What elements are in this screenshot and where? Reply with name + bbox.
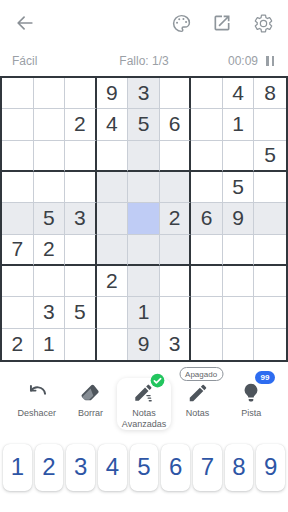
back-arrow-icon: [14, 12, 36, 34]
hint-label: Pista: [241, 408, 261, 419]
pause-button[interactable]: [264, 54, 276, 68]
advanced-notes-enabled-badge: [150, 373, 165, 388]
grid-cell-r9c8[interactable]: [223, 329, 255, 360]
grid-cell-r7c7[interactable]: [191, 266, 223, 297]
notes-button[interactable]: Apagado Notas: [171, 378, 225, 419]
grid-cell-r1c1[interactable]: [2, 78, 34, 109]
grid-cell-r4c7[interactable]: [191, 172, 223, 203]
numpad-9[interactable]: 9: [256, 444, 285, 491]
undo-icon: [26, 382, 48, 404]
numpad-6[interactable]: 6: [161, 444, 190, 491]
undo-label: Deshacer: [18, 408, 57, 419]
grid-cell-r3c3[interactable]: [65, 141, 97, 172]
grid-cell-r6c1[interactable]: 7: [2, 235, 34, 266]
app-bar: [0, 0, 288, 46]
grid-cell-r2c5[interactable]: 5: [128, 109, 160, 140]
grid-cell-r1c7[interactable]: [191, 78, 223, 109]
lightbulb-icon: [240, 382, 262, 404]
grid-cell-r7c2[interactable]: [34, 266, 66, 297]
grid-cell-r2c4[interactable]: 4: [97, 109, 129, 140]
advanced-notes-label: Notas Avanzadas: [118, 408, 170, 430]
grid-cell-r8c9[interactable]: [254, 297, 286, 328]
grid-cell-r3c8[interactable]: [223, 141, 255, 172]
grid-cell-r1c2[interactable]: [34, 78, 66, 109]
pause-icon: [266, 56, 269, 66]
grid-cell-r8c6[interactable]: [160, 297, 192, 328]
grid-cell-r4c5[interactable]: [128, 172, 160, 203]
grid-cell-r5c8[interactable]: 9: [223, 203, 255, 234]
grid-cell-r5c5[interactable]: [128, 203, 160, 234]
grid-cell-r4c6[interactable]: [160, 172, 192, 203]
pencil-icon: [187, 382, 209, 404]
erase-label: Borrar: [78, 408, 103, 419]
grid-cell-r3c2[interactable]: [34, 141, 66, 172]
grid-cell-r4c2[interactable]: [34, 172, 66, 203]
notes-label: Notas: [186, 408, 210, 419]
grid-cell-r1c8[interactable]: 4: [223, 78, 255, 109]
gear-icon: [253, 13, 274, 34]
grid-cell-r2c2[interactable]: [34, 109, 66, 140]
advanced-notes-button[interactable]: Notas Avanzadas: [117, 378, 171, 430]
grid-cell-r2c6[interactable]: 6: [160, 109, 192, 140]
grid-cell-r4c8[interactable]: 5: [223, 172, 255, 203]
grid-cell-r3c6[interactable]: [160, 141, 192, 172]
grid-cell-r6c6[interactable]: [160, 235, 192, 266]
settings-button[interactable]: [252, 12, 274, 34]
numpad-4[interactable]: 4: [98, 444, 127, 491]
grid-cell-r6c2[interactable]: 2: [34, 235, 66, 266]
grid-cell-r5c7[interactable]: 6: [191, 203, 223, 234]
grid-cell-r5c2[interactable]: 5: [34, 203, 66, 234]
grid-cell-r8c5[interactable]: 1: [128, 297, 160, 328]
grid-cell-r6c3[interactable]: [65, 235, 97, 266]
grid-cell-r1c6[interactable]: [160, 78, 192, 109]
grid-cell-r3c4[interactable]: [97, 141, 129, 172]
mistakes-counter: Fallo: 1/3: [100, 54, 188, 68]
numpad-3[interactable]: 3: [66, 444, 95, 491]
grid-cell-r4c3[interactable]: [65, 172, 97, 203]
grid-cell-r6c9[interactable]: [254, 235, 286, 266]
grid-cell-r7c1[interactable]: [2, 266, 34, 297]
grid-cell-r7c4[interactable]: 2: [97, 266, 129, 297]
undo-button[interactable]: Deshacer: [10, 378, 64, 419]
grid-cell-r9c6[interactable]: 3: [160, 329, 192, 360]
erase-button[interactable]: Borrar: [64, 378, 118, 419]
check-icon: [150, 373, 165, 388]
grid-cell-r5c1[interactable]: [2, 203, 34, 234]
eraser-icon: [79, 382, 101, 404]
grid-cell-r6c8[interactable]: [223, 235, 255, 266]
grid-cell-r2c3[interactable]: 2: [65, 109, 97, 140]
grid-cell-r3c7[interactable]: [191, 141, 223, 172]
grid-cell-r2c8[interactable]: 1: [223, 109, 255, 140]
grid-cell-r6c5[interactable]: [128, 235, 160, 266]
sudoku-grid: 93482456155532697223512193: [0, 76, 288, 362]
grid-cell-r5c4[interactable]: [97, 203, 129, 234]
notes-off-badge: Apagado: [179, 367, 223, 381]
grid-cell-r9c1[interactable]: 2: [2, 329, 34, 360]
theme-button[interactable]: [170, 12, 192, 34]
grid-cell-r9c7[interactable]: [191, 329, 223, 360]
numpad-1[interactable]: 1: [3, 444, 32, 491]
grid-cell-r2c7[interactable]: [191, 109, 223, 140]
grid-cell-r9c4[interactable]: [97, 329, 129, 360]
grid-cell-r8c7[interactable]: [191, 297, 223, 328]
grid-cell-r8c1[interactable]: [2, 297, 34, 328]
grid-cell-r4c1[interactable]: [2, 172, 34, 203]
hint-count-badge: 99: [255, 371, 275, 384]
back-button[interactable]: [14, 12, 36, 34]
grid-cell-r6c7[interactable]: [191, 235, 223, 266]
grid-cell-r9c3[interactable]: [65, 329, 97, 360]
grid-cell-r4c4[interactable]: [97, 172, 129, 203]
grid-cell-r7c9[interactable]: [254, 266, 286, 297]
grid-cell-r7c6[interactable]: [160, 266, 192, 297]
toolbar: Deshacer Borrar Notas Avanzadas Apagado …: [0, 378, 288, 430]
grid-cell-r4c9[interactable]: [254, 172, 286, 203]
hint-button[interactable]: 99 Pista: [224, 378, 278, 419]
grid-cell-r3c5[interactable]: [128, 141, 160, 172]
grid-cell-r9c2[interactable]: 1: [34, 329, 66, 360]
grid-cell-r7c3[interactable]: [65, 266, 97, 297]
numpad-5[interactable]: 5: [130, 444, 159, 491]
grid-cell-r8c4[interactable]: [97, 297, 129, 328]
grid-cell-r3c9[interactable]: 5: [254, 141, 286, 172]
numpad: 1 2 3 4 5 6 7 8 9: [0, 444, 288, 491]
grid-cell-r5c3[interactable]: 3: [65, 203, 97, 234]
grid-cell-r8c3[interactable]: 5: [65, 297, 97, 328]
grid-cell-r7c8[interactable]: [223, 266, 255, 297]
numpad-2[interactable]: 2: [35, 444, 64, 491]
palette-icon: [171, 13, 192, 34]
grid-cell-r7c5[interactable]: [128, 266, 160, 297]
grid-cell-r1c3[interactable]: [65, 78, 97, 109]
grid-cell-r1c9[interactable]: 8: [254, 78, 286, 109]
grid-cell-r3c1[interactable]: [2, 141, 34, 172]
grid-cell-r2c1[interactable]: [2, 109, 34, 140]
difficulty-label: Fácil: [12, 54, 100, 68]
grid-cell-r5c9[interactable]: [254, 203, 286, 234]
grid-cell-r6c4[interactable]: [97, 235, 129, 266]
timer: 00:09: [228, 54, 258, 68]
open-in-new-icon: [212, 13, 232, 33]
grid-cell-r8c8[interactable]: [223, 297, 255, 328]
grid-cell-r2c9[interactable]: [254, 109, 286, 140]
status-bar: Fácil Fallo: 1/3 00:09: [0, 46, 288, 76]
appbar-actions: [170, 12, 274, 34]
grid-cell-r1c5[interactable]: 3: [128, 78, 160, 109]
grid-cell-r9c9[interactable]: [254, 329, 286, 360]
grid-cell-r8c2[interactable]: 3: [34, 297, 66, 328]
grid-cell-r5c6[interactable]: 2: [160, 203, 192, 234]
numpad-8[interactable]: 8: [225, 444, 254, 491]
grid-cell-r1c4[interactable]: 9: [97, 78, 129, 109]
numpad-7[interactable]: 7: [193, 444, 222, 491]
share-button[interactable]: [211, 12, 233, 34]
grid-cell-r9c5[interactable]: 9: [128, 329, 160, 360]
